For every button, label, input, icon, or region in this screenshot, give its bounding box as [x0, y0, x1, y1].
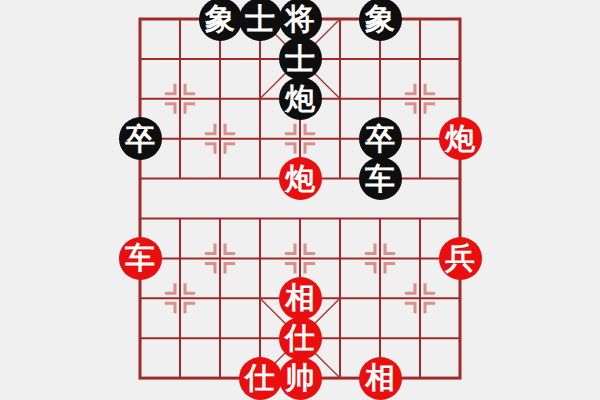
piece-red-chariot[interactable]: 车	[119, 237, 162, 280]
piece-black-advisor[interactable]: 士	[279, 37, 322, 80]
piece-black-chariot[interactable]: 车	[359, 157, 402, 200]
piece-red-king[interactable]: 帅	[279, 357, 322, 400]
piece-red-elephant[interactable]: 相	[279, 277, 322, 320]
xiangqi-board-stage: 象士将象士炮卒卒炮炮车车兵相仕仕帅相	[0, 0, 600, 400]
piece-black-soldier[interactable]: 卒	[359, 117, 402, 160]
pieces-layer: 象士将象士炮卒卒炮炮车车兵相仕仕帅相	[0, 0, 600, 400]
piece-black-advisor[interactable]: 士	[239, 0, 282, 41]
piece-black-elephant[interactable]: 象	[359, 0, 402, 41]
piece-black-general[interactable]: 将	[279, 0, 322, 41]
piece-red-advisor[interactable]: 仕	[239, 357, 282, 400]
piece-red-elephant[interactable]: 相	[359, 357, 402, 400]
piece-black-elephant[interactable]: 象	[199, 0, 242, 41]
piece-black-cannon[interactable]: 炮	[279, 77, 322, 120]
piece-black-soldier[interactable]: 卒	[119, 117, 162, 160]
piece-red-cannon[interactable]: 炮	[279, 157, 322, 200]
piece-red-advisor[interactable]: 仕	[279, 317, 322, 360]
piece-red-cannon[interactable]: 炮	[439, 117, 482, 160]
piece-red-soldier[interactable]: 兵	[439, 237, 482, 280]
